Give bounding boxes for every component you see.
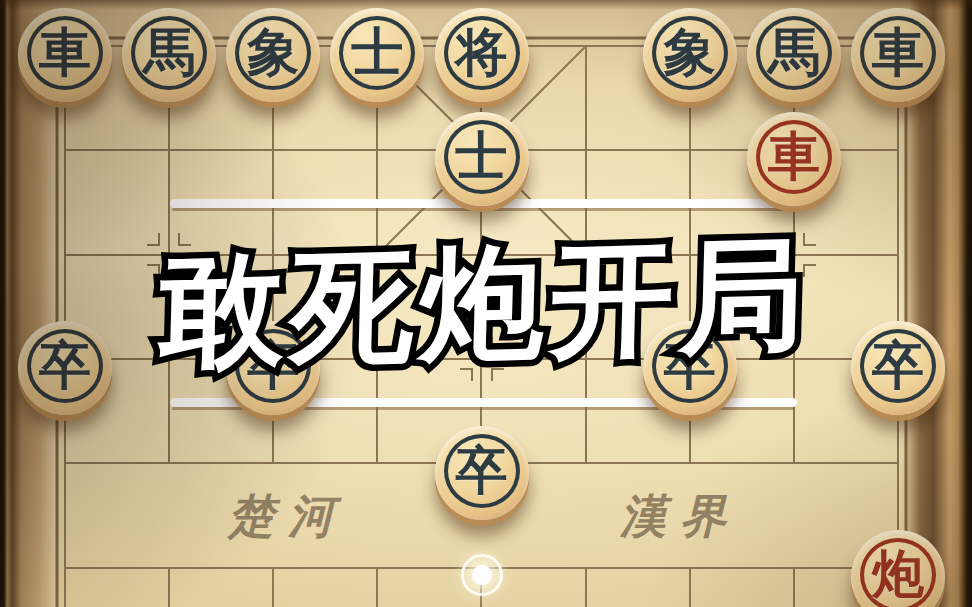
piece-glyph: 象 — [226, 6, 320, 100]
piece-red-cannon[interactable]: 炮 — [851, 530, 945, 607]
piece-black-general[interactable]: 将 — [435, 8, 529, 102]
point-marker-corner — [147, 264, 160, 277]
piece-black-chariot[interactable]: 車 — [18, 8, 112, 102]
xiangqi-board-screenshot: 楚河 漢界 車馬象士将象馬車士車卒卒卒卒卒炮 敢死炮开局 — [0, 0, 972, 607]
piece-black-horse[interactable]: 馬 — [747, 8, 841, 102]
piece-black-advisor[interactable]: 士 — [435, 112, 529, 206]
piece-black-soldier[interactable]: 卒 — [18, 321, 112, 415]
river-label-right: 漢界 — [620, 486, 740, 548]
piece-black-soldier[interactable]: 卒 — [851, 321, 945, 415]
title-bar-top-shadow — [172, 208, 798, 211]
opening-title: 敢死炮开局 — [158, 232, 811, 373]
point-marker-corner — [147, 233, 160, 246]
piece-black-soldier[interactable]: 卒 — [435, 426, 529, 520]
piece-black-chariot[interactable]: 車 — [851, 8, 945, 102]
piece-glyph: 車 — [18, 6, 112, 100]
piece-glyph: 炮 — [851, 528, 945, 607]
river-label-left: 楚河 — [228, 486, 348, 548]
piece-glyph: 将 — [435, 6, 529, 100]
piece-glyph: 卒 — [851, 319, 945, 413]
move-target-glow — [472, 565, 492, 585]
piece-glyph: 士 — [435, 110, 529, 204]
piece-glyph: 馬 — [747, 6, 841, 100]
piece-glyph: 車 — [747, 110, 841, 204]
piece-glyph: 象 — [643, 6, 737, 100]
piece-black-elephant[interactable]: 象 — [226, 8, 320, 102]
piece-black-horse[interactable]: 馬 — [122, 8, 216, 102]
piece-red-chariot[interactable]: 車 — [747, 112, 841, 206]
piece-glyph: 士 — [330, 6, 424, 100]
move-target-dot[interactable] — [461, 554, 503, 596]
piece-glyph: 馬 — [122, 6, 216, 100]
piece-black-advisor[interactable]: 士 — [330, 8, 424, 102]
piece-glyph: 車 — [851, 6, 945, 100]
piece-glyph: 卒 — [18, 319, 112, 413]
piece-glyph: 卒 — [435, 424, 529, 518]
piece-black-elephant[interactable]: 象 — [643, 8, 737, 102]
